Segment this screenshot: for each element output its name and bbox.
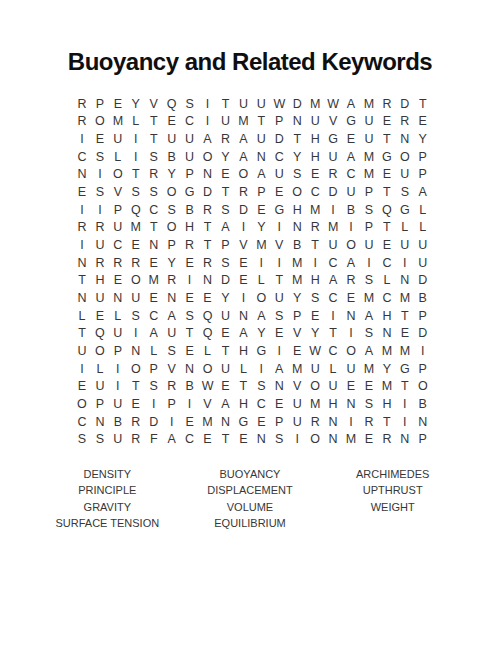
grid-cell-r12c8[interactable]: E xyxy=(199,289,217,307)
grid-cell-r5c18[interactable]: E xyxy=(378,166,396,184)
grid-cell-r11c10[interactable]: E xyxy=(234,272,252,290)
grid-cell-r14c11[interactable]: Y xyxy=(252,325,270,343)
grid-cell-r15c17[interactable]: A xyxy=(360,342,378,360)
grid-cell-r4c1[interactable]: C xyxy=(73,148,91,166)
grid-cell-r17c12[interactable]: N xyxy=(270,378,288,396)
grid-cell-r8c1[interactable]: R xyxy=(73,219,91,237)
grid-cell-r2c5[interactable]: T xyxy=(145,113,163,131)
grid-cell-r14c17[interactable]: S xyxy=(360,325,378,343)
grid-cell-r17c17[interactable]: E xyxy=(360,378,378,396)
grid-cell-r5c1[interactable]: N xyxy=(73,166,91,184)
grid-cell-r8c3[interactable]: U xyxy=(109,219,127,237)
grid-cell-r12c10[interactable]: I xyxy=(234,289,252,307)
grid-cell-r3c5[interactable]: T xyxy=(145,130,163,148)
grid-cell-r15c12[interactable]: I xyxy=(270,342,288,360)
grid-cell-r6c20[interactable]: A xyxy=(414,183,432,201)
grid-cell-r19c1[interactable]: C xyxy=(73,413,91,431)
grid-cell-r1c6[interactable]: Q xyxy=(163,95,181,113)
grid-cell-r20c20[interactable]: P xyxy=(414,431,432,449)
grid-cell-r1c5[interactable]: V xyxy=(145,95,163,113)
grid-cell-r15c13[interactable]: E xyxy=(288,342,306,360)
grid-cell-r8c6[interactable]: O xyxy=(163,219,181,237)
grid-cell-r18c7[interactable]: I xyxy=(181,395,199,413)
grid-cell-r15c6[interactable]: S xyxy=(163,342,181,360)
grid-cell-r20c3[interactable]: U xyxy=(109,431,127,449)
grid-cell-r19c14[interactable]: R xyxy=(306,413,324,431)
grid-cell-r14c9[interactable]: E xyxy=(217,325,235,343)
grid-cell-r14c3[interactable]: U xyxy=(109,325,127,343)
grid-cell-r20c19[interactable]: N xyxy=(396,431,414,449)
grid-cell-r11c9[interactable]: D xyxy=(217,272,235,290)
grid-cell-r15c16[interactable]: O xyxy=(342,342,360,360)
grid-cell-r12c11[interactable]: O xyxy=(252,289,270,307)
grid-cell-r3c13[interactable]: T xyxy=(288,130,306,148)
grid-cell-r1c16[interactable]: A xyxy=(342,95,360,113)
grid-cell-r16c16[interactable]: U xyxy=(342,360,360,378)
grid-cell-r17c16[interactable]: E xyxy=(342,378,360,396)
grid-cell-r9c8[interactable]: T xyxy=(199,236,217,254)
grid-cell-r15c18[interactable]: M xyxy=(378,342,396,360)
grid-cell-r3c9[interactable]: R xyxy=(217,130,235,148)
grid-cell-r18c14[interactable]: M xyxy=(306,395,324,413)
grid-cell-r9c19[interactable]: U xyxy=(396,236,414,254)
grid-cell-r10c17[interactable]: I xyxy=(360,254,378,272)
grid-cell-r19c15[interactable]: N xyxy=(324,413,342,431)
grid-cell-r19c10[interactable]: G xyxy=(234,413,252,431)
grid-cell-r10c14[interactable]: I xyxy=(306,254,324,272)
grid-cell-r1c20[interactable]: T xyxy=(414,95,432,113)
grid-cell-r10c2[interactable]: R xyxy=(91,254,109,272)
grid-cell-r6c5[interactable]: S xyxy=(145,183,163,201)
grid-cell-r9c13[interactable]: B xyxy=(288,236,306,254)
grid-cell-r6c16[interactable]: U xyxy=(342,183,360,201)
grid-cell-r2c13[interactable]: N xyxy=(288,113,306,131)
grid-cell-r11c7[interactable]: I xyxy=(181,272,199,290)
grid-cell-r9c10[interactable]: V xyxy=(234,236,252,254)
grid-cell-r4c7[interactable]: U xyxy=(181,148,199,166)
grid-cell-r15c9[interactable]: T xyxy=(217,342,235,360)
grid-cell-r8c4[interactable]: M xyxy=(127,219,145,237)
grid-cell-r6c2[interactable]: S xyxy=(91,183,109,201)
grid-cell-r18c6[interactable]: P xyxy=(163,395,181,413)
grid-cell-r18c1[interactable]: O xyxy=(73,395,91,413)
grid-cell-r15c2[interactable]: O xyxy=(91,342,109,360)
grid-cell-r4c10[interactable]: A xyxy=(234,148,252,166)
grid-cell-r7c13[interactable]: H xyxy=(288,201,306,219)
grid-cell-r3c3[interactable]: U xyxy=(109,130,127,148)
grid-cell-r18c4[interactable]: E xyxy=(127,395,145,413)
grid-cell-r2c1[interactable]: R xyxy=(73,113,91,131)
grid-cell-r1c4[interactable]: Y xyxy=(127,95,145,113)
grid-cell-r16c19[interactable]: G xyxy=(396,360,414,378)
grid-cell-r15c11[interactable]: G xyxy=(252,342,270,360)
grid-cell-r5c2[interactable]: I xyxy=(91,166,109,184)
grid-cell-r7c6[interactable]: S xyxy=(163,201,181,219)
grid-cell-r5c16[interactable]: C xyxy=(342,166,360,184)
grid-cell-r14c12[interactable]: E xyxy=(270,325,288,343)
grid-cell-r8c19[interactable]: L xyxy=(396,219,414,237)
grid-cell-r16c9[interactable]: U xyxy=(217,360,235,378)
grid-cell-r2c12[interactable]: P xyxy=(270,113,288,131)
grid-cell-r15c20[interactable]: I xyxy=(414,342,432,360)
grid-cell-r14c20[interactable]: D xyxy=(414,325,432,343)
grid-cell-r20c4[interactable]: R xyxy=(127,431,145,449)
grid-cell-r19c12[interactable]: P xyxy=(270,413,288,431)
grid-cell-r6c13[interactable]: O xyxy=(288,183,306,201)
grid-cell-r5c4[interactable]: T xyxy=(127,166,145,184)
grid-cell-r18c3[interactable]: U xyxy=(109,395,127,413)
grid-cell-r7c19[interactable]: G xyxy=(396,201,414,219)
grid-cell-r8c8[interactable]: T xyxy=(199,219,217,237)
grid-cell-r3c19[interactable]: N xyxy=(396,130,414,148)
grid-cell-r3c20[interactable]: Y xyxy=(414,130,432,148)
grid-cell-r12c14[interactable]: S xyxy=(306,289,324,307)
grid-cell-r10c13[interactable]: M xyxy=(288,254,306,272)
grid-cell-r17c2[interactable]: U xyxy=(91,378,109,396)
grid-cell-r7c5[interactable]: C xyxy=(145,201,163,219)
grid-cell-r18c5[interactable]: I xyxy=(145,395,163,413)
grid-cell-r5c3[interactable]: O xyxy=(109,166,127,184)
grid-cell-r7c1[interactable]: I xyxy=(73,201,91,219)
grid-cell-r2c11[interactable]: T xyxy=(252,113,270,131)
grid-cell-r4c19[interactable]: O xyxy=(396,148,414,166)
grid-cell-r5c8[interactable]: N xyxy=(199,166,217,184)
grid-cell-r1c14[interactable]: M xyxy=(306,95,324,113)
grid-cell-r20c14[interactable]: O xyxy=(306,431,324,449)
grid-cell-r2c18[interactable]: E xyxy=(378,113,396,131)
grid-cell-r2c7[interactable]: C xyxy=(181,113,199,131)
grid-cell-r18c15[interactable]: H xyxy=(324,395,342,413)
grid-cell-r4c17[interactable]: M xyxy=(360,148,378,166)
grid-cell-r2c8[interactable]: I xyxy=(199,113,217,131)
grid-cell-r19c6[interactable]: I xyxy=(163,413,181,431)
grid-cell-r2c17[interactable]: U xyxy=(360,113,378,131)
grid-cell-r7c12[interactable]: G xyxy=(270,201,288,219)
grid-cell-r14c7[interactable]: T xyxy=(181,325,199,343)
grid-cell-r13c19[interactable]: T xyxy=(396,307,414,325)
grid-cell-r8c13[interactable]: N xyxy=(288,219,306,237)
grid-cell-r10c6[interactable]: Y xyxy=(163,254,181,272)
grid-cell-r3c2[interactable]: E xyxy=(91,130,109,148)
grid-cell-r4c15[interactable]: U xyxy=(324,148,342,166)
grid-cell-r18c13[interactable]: U xyxy=(288,395,306,413)
grid-cell-r16c17[interactable]: M xyxy=(360,360,378,378)
grid-cell-r18c18[interactable]: H xyxy=(378,395,396,413)
grid-cell-r9c14[interactable]: T xyxy=(306,236,324,254)
grid-cell-r9c15[interactable]: U xyxy=(324,236,342,254)
grid-cell-r20c2[interactable]: S xyxy=(91,431,109,449)
grid-cell-r11c6[interactable]: R xyxy=(163,272,181,290)
grid-cell-r15c8[interactable]: L xyxy=(199,342,217,360)
grid-cell-r17c8[interactable]: W xyxy=(199,378,217,396)
grid-cell-r16c7[interactable]: N xyxy=(181,360,199,378)
grid-cell-r4c8[interactable]: O xyxy=(199,148,217,166)
grid-cell-r6c11[interactable]: P xyxy=(252,183,270,201)
grid-cell-r11c20[interactable]: D xyxy=(414,272,432,290)
grid-cell-r6c17[interactable]: P xyxy=(360,183,378,201)
grid-cell-r18c10[interactable]: H xyxy=(234,395,252,413)
grid-cell-r16c15[interactable]: L xyxy=(324,360,342,378)
grid-cell-r20c11[interactable]: N xyxy=(252,431,270,449)
grid-cell-r10c9[interactable]: S xyxy=(217,254,235,272)
grid-cell-r4c6[interactable]: B xyxy=(163,148,181,166)
grid-cell-r1c17[interactable]: M xyxy=(360,95,378,113)
grid-cell-r20c10[interactable]: E xyxy=(234,431,252,449)
grid-cell-r12c2[interactable]: U xyxy=(91,289,109,307)
grid-cell-r4c20[interactable]: P xyxy=(414,148,432,166)
grid-cell-r19c20[interactable]: N xyxy=(414,413,432,431)
grid-cell-r11c15[interactable]: A xyxy=(324,272,342,290)
grid-cell-r11c12[interactable]: T xyxy=(270,272,288,290)
grid-cell-r6c14[interactable]: C xyxy=(306,183,324,201)
grid-cell-r5c19[interactable]: U xyxy=(396,166,414,184)
grid-cell-r13c18[interactable]: H xyxy=(378,307,396,325)
grid-cell-r16c1[interactable]: I xyxy=(73,360,91,378)
grid-cell-r13c20[interactable]: P xyxy=(414,307,432,325)
grid-cell-r11c11[interactable]: L xyxy=(252,272,270,290)
grid-cell-r13c5[interactable]: C xyxy=(145,307,163,325)
grid-cell-r7c2[interactable]: I xyxy=(91,201,109,219)
grid-cell-r14c16[interactable]: I xyxy=(342,325,360,343)
grid-cell-r8c11[interactable]: Y xyxy=(252,219,270,237)
grid-cell-r10c3[interactable]: R xyxy=(109,254,127,272)
grid-cell-r5c12[interactable]: U xyxy=(270,166,288,184)
grid-cell-r20c6[interactable]: A xyxy=(163,431,181,449)
grid-cell-r17c19[interactable]: T xyxy=(396,378,414,396)
grid-cell-r13c3[interactable]: L xyxy=(109,307,127,325)
grid-cell-r10c12[interactable]: I xyxy=(270,254,288,272)
grid-cell-r2c2[interactable]: O xyxy=(91,113,109,131)
grid-cell-r5c15[interactable]: R xyxy=(324,166,342,184)
grid-cell-r18c12[interactable]: E xyxy=(270,395,288,413)
grid-cell-r15c10[interactable]: H xyxy=(234,342,252,360)
grid-cell-r9c6[interactable]: P xyxy=(163,236,181,254)
grid-cell-r11c3[interactable]: E xyxy=(109,272,127,290)
grid-cell-r14c14[interactable]: Y xyxy=(306,325,324,343)
grid-cell-r5c7[interactable]: P xyxy=(181,166,199,184)
grid-cell-r19c5[interactable]: D xyxy=(145,413,163,431)
grid-cell-r16c8[interactable]: O xyxy=(199,360,217,378)
grid-cell-r16c3[interactable]: I xyxy=(109,360,127,378)
grid-cell-r17c7[interactable]: B xyxy=(181,378,199,396)
grid-cell-r7c18[interactable]: Q xyxy=(378,201,396,219)
grid-cell-r16c2[interactable]: L xyxy=(91,360,109,378)
grid-cell-r11c8[interactable]: N xyxy=(199,272,217,290)
grid-cell-r8c5[interactable]: T xyxy=(145,219,163,237)
grid-cell-r7c4[interactable]: Q xyxy=(127,201,145,219)
grid-cell-r14c8[interactable]: Q xyxy=(199,325,217,343)
grid-cell-r13c15[interactable]: I xyxy=(324,307,342,325)
grid-cell-r11c1[interactable]: T xyxy=(73,272,91,290)
grid-cell-r9c3[interactable]: C xyxy=(109,236,127,254)
grid-cell-r8c14[interactable]: R xyxy=(306,219,324,237)
grid-cell-r7c20[interactable]: L xyxy=(414,201,432,219)
grid-cell-r10c1[interactable]: N xyxy=(73,254,91,272)
grid-cell-r9c2[interactable]: U xyxy=(91,236,109,254)
grid-cell-r13c6[interactable]: A xyxy=(163,307,181,325)
grid-cell-r3c10[interactable]: A xyxy=(234,130,252,148)
grid-cell-r19c4[interactable]: R xyxy=(127,413,145,431)
grid-cell-r5c17[interactable]: M xyxy=(360,166,378,184)
grid-cell-r1c11[interactable]: U xyxy=(252,95,270,113)
grid-cell-r14c2[interactable]: Q xyxy=(91,325,109,343)
grid-cell-r18c9[interactable]: A xyxy=(217,395,235,413)
grid-cell-r20c13[interactable]: I xyxy=(288,431,306,449)
grid-cell-r19c13[interactable]: U xyxy=(288,413,306,431)
grid-cell-r20c5[interactable]: F xyxy=(145,431,163,449)
grid-cell-r9c20[interactable]: U xyxy=(414,236,432,254)
grid-cell-r15c3[interactable]: P xyxy=(109,342,127,360)
grid-cell-r4c3[interactable]: L xyxy=(109,148,127,166)
grid-cell-r17c10[interactable]: T xyxy=(234,378,252,396)
grid-cell-r14c10[interactable]: A xyxy=(234,325,252,343)
grid-cell-r5c6[interactable]: Y xyxy=(163,166,181,184)
grid-cell-r15c4[interactable]: N xyxy=(127,342,145,360)
grid-cell-r13c16[interactable]: N xyxy=(342,307,360,325)
grid-cell-r17c20[interactable]: O xyxy=(414,378,432,396)
grid-cell-r8c9[interactable]: A xyxy=(217,219,235,237)
grid-cell-r6c8[interactable]: D xyxy=(199,183,217,201)
grid-cell-r18c19[interactable]: I xyxy=(396,395,414,413)
grid-cell-r6c19[interactable]: S xyxy=(396,183,414,201)
grid-cell-r9c17[interactable]: U xyxy=(360,236,378,254)
grid-cell-r13c17[interactable]: A xyxy=(360,307,378,325)
grid-cell-r2c4[interactable]: L xyxy=(127,113,145,131)
grid-cell-r6c10[interactable]: R xyxy=(234,183,252,201)
grid-cell-r12c3[interactable]: N xyxy=(109,289,127,307)
grid-cell-r20c7[interactable]: C xyxy=(181,431,199,449)
grid-cell-r16c18[interactable]: Y xyxy=(378,360,396,378)
grid-cell-r8c15[interactable]: M xyxy=(324,219,342,237)
grid-cell-r5c9[interactable]: E xyxy=(217,166,235,184)
grid-cell-r2c10[interactable]: M xyxy=(234,113,252,131)
grid-cell-r20c8[interactable]: E xyxy=(199,431,217,449)
grid-cell-r10c4[interactable]: R xyxy=(127,254,145,272)
grid-cell-r18c16[interactable]: N xyxy=(342,395,360,413)
grid-cell-r7c17[interactable]: S xyxy=(360,201,378,219)
grid-cell-r17c18[interactable]: M xyxy=(378,378,396,396)
grid-cell-r13c11[interactable]: A xyxy=(252,307,270,325)
grid-cell-r1c12[interactable]: W xyxy=(270,95,288,113)
grid-cell-r12c5[interactable]: E xyxy=(145,289,163,307)
grid-cell-r19c17[interactable]: R xyxy=(360,413,378,431)
grid-cell-r16c5[interactable]: P xyxy=(145,360,163,378)
grid-cell-r4c14[interactable]: H xyxy=(306,148,324,166)
grid-cell-r17c1[interactable]: E xyxy=(73,378,91,396)
grid-cell-r12c4[interactable]: U xyxy=(127,289,145,307)
grid-cell-r17c3[interactable]: I xyxy=(109,378,127,396)
grid-cell-r9c4[interactable]: E xyxy=(127,236,145,254)
grid-cell-r12c13[interactable]: Y xyxy=(288,289,306,307)
grid-cell-r8c2[interactable]: R xyxy=(91,219,109,237)
grid-cell-r20c18[interactable]: R xyxy=(378,431,396,449)
grid-cell-r19c19[interactable]: I xyxy=(396,413,414,431)
grid-cell-r12c20[interactable]: B xyxy=(414,289,432,307)
grid-cell-r3c6[interactable]: U xyxy=(163,130,181,148)
grid-cell-r16c14[interactable]: U xyxy=(306,360,324,378)
grid-cell-r11c13[interactable]: M xyxy=(288,272,306,290)
grid-cell-r14c19[interactable]: E xyxy=(396,325,414,343)
grid-cell-r1c10[interactable]: U xyxy=(234,95,252,113)
grid-cell-r14c18[interactable]: N xyxy=(378,325,396,343)
grid-cell-r8c18[interactable]: T xyxy=(378,219,396,237)
grid-cell-r15c19[interactable]: M xyxy=(396,342,414,360)
grid-cell-r2c19[interactable]: R xyxy=(396,113,414,131)
grid-cell-r4c12[interactable]: C xyxy=(270,148,288,166)
grid-cell-r5c11[interactable]: A xyxy=(252,166,270,184)
grid-cell-r12c1[interactable]: N xyxy=(73,289,91,307)
grid-cell-r10c18[interactable]: C xyxy=(378,254,396,272)
grid-cell-r2c16[interactable]: G xyxy=(342,113,360,131)
grid-cell-r12c7[interactable]: E xyxy=(181,289,199,307)
grid-cell-r4c13[interactable]: Y xyxy=(288,148,306,166)
grid-cell-r17c15[interactable]: U xyxy=(324,378,342,396)
grid-cell-r14c13[interactable]: V xyxy=(288,325,306,343)
grid-cell-r19c8[interactable]: M xyxy=(199,413,217,431)
grid-cell-r14c1[interactable]: T xyxy=(73,325,91,343)
grid-cell-r8c12[interactable]: I xyxy=(270,219,288,237)
grid-cell-r3c18[interactable]: T xyxy=(378,130,396,148)
grid-cell-r18c17[interactable]: S xyxy=(360,395,378,413)
grid-cell-r13c10[interactable]: N xyxy=(234,307,252,325)
grid-cell-r19c7[interactable]: E xyxy=(181,413,199,431)
grid-cell-r7c16[interactable]: B xyxy=(342,201,360,219)
grid-cell-r19c16[interactable]: I xyxy=(342,413,360,431)
grid-cell-r1c8[interactable]: I xyxy=(199,95,217,113)
grid-cell-r9c5[interactable]: N xyxy=(145,236,163,254)
grid-cell-r6c15[interactable]: D xyxy=(324,183,342,201)
grid-cell-r10c10[interactable]: E xyxy=(234,254,252,272)
grid-cell-r11c5[interactable]: M xyxy=(145,272,163,290)
grid-cell-r15c5[interactable]: L xyxy=(145,342,163,360)
grid-cell-r13c14[interactable]: E xyxy=(306,307,324,325)
grid-cell-r1c2[interactable]: P xyxy=(91,95,109,113)
grid-cell-r20c15[interactable]: N xyxy=(324,431,342,449)
grid-cell-r12c9[interactable]: Y xyxy=(217,289,235,307)
grid-cell-r13c1[interactable]: L xyxy=(73,307,91,325)
grid-cell-r2c6[interactable]: E xyxy=(163,113,181,131)
grid-cell-r14c6[interactable]: U xyxy=(163,325,181,343)
grid-cell-r6c1[interactable]: E xyxy=(73,183,91,201)
grid-cell-r10c19[interactable]: I xyxy=(396,254,414,272)
grid-cell-r7c9[interactable]: S xyxy=(217,201,235,219)
grid-cell-r3c17[interactable]: U xyxy=(360,130,378,148)
grid-cell-r7c14[interactable]: M xyxy=(306,201,324,219)
grid-cell-r14c4[interactable]: I xyxy=(127,325,145,343)
grid-cell-r2c15[interactable]: V xyxy=(324,113,342,131)
grid-cell-r12c17[interactable]: M xyxy=(360,289,378,307)
grid-cell-r19c3[interactable]: B xyxy=(109,413,127,431)
grid-cell-r3c4[interactable]: I xyxy=(127,130,145,148)
grid-cell-r6c18[interactable]: T xyxy=(378,183,396,201)
grid-cell-r18c8[interactable]: V xyxy=(199,395,217,413)
grid-cell-r13c13[interactable]: P xyxy=(288,307,306,325)
grid-cell-r9c9[interactable]: P xyxy=(217,236,235,254)
grid-cell-r7c10[interactable]: D xyxy=(234,201,252,219)
grid-cell-r6c9[interactable]: T xyxy=(217,183,235,201)
grid-cell-r10c11[interactable]: I xyxy=(252,254,270,272)
grid-cell-r1c13[interactable]: D xyxy=(288,95,306,113)
grid-cell-r4c16[interactable]: A xyxy=(342,148,360,166)
grid-cell-r1c19[interactable]: D xyxy=(396,95,414,113)
grid-cell-r16c20[interactable]: P xyxy=(414,360,432,378)
grid-cell-r15c1[interactable]: U xyxy=(73,342,91,360)
grid-cell-r11c2[interactable]: H xyxy=(91,272,109,290)
grid-cell-r18c20[interactable]: B xyxy=(414,395,432,413)
grid-cell-r8c17[interactable]: P xyxy=(360,219,378,237)
grid-cell-r5c20[interactable]: P xyxy=(414,166,432,184)
grid-cell-r17c9[interactable]: E xyxy=(217,378,235,396)
